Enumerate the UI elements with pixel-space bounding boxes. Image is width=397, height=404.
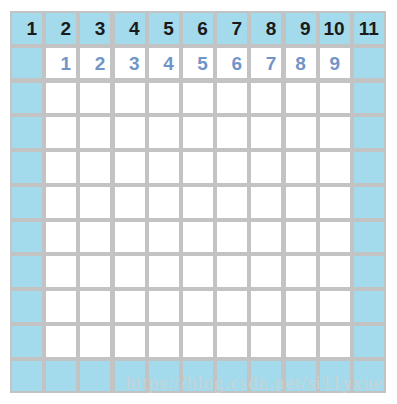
grid-cell <box>217 187 247 218</box>
grid-cell <box>46 222 76 253</box>
grid-cell <box>12 152 42 183</box>
grid-cell <box>80 256 110 287</box>
grid-cell <box>286 222 316 253</box>
grid-cell: 6 <box>217 48 247 79</box>
grid-cell: 9 <box>286 13 316 44</box>
grid-cell: 4 <box>115 13 145 44</box>
grid-cell <box>80 326 110 357</box>
grid-cell <box>320 291 350 322</box>
grid-cell <box>251 152 281 183</box>
grid-cell <box>217 222 247 253</box>
grid-cell <box>354 187 384 218</box>
grid-cell <box>80 152 110 183</box>
grid-cell <box>217 326 247 357</box>
grid-cell: 3 <box>80 13 110 44</box>
grid-cell <box>183 83 213 114</box>
grid-cell <box>115 291 145 322</box>
grid-cell: 7 <box>217 13 247 44</box>
grid-cell <box>217 83 247 114</box>
grid-cell <box>251 83 281 114</box>
grid-cell <box>46 83 76 114</box>
grid-cell <box>149 83 179 114</box>
grid-cell: 8 <box>251 13 281 44</box>
grid-cell <box>251 117 281 148</box>
grid-cell <box>80 83 110 114</box>
grid-cell <box>354 222 384 253</box>
grid-cell: 5 <box>183 48 213 79</box>
grid-cell <box>46 152 76 183</box>
grid-cell <box>217 256 247 287</box>
grid-cell <box>149 222 179 253</box>
grid-cell: 11 <box>354 13 384 44</box>
grid-cell <box>115 187 145 218</box>
grid-cell <box>286 291 316 322</box>
grid-cell <box>183 152 213 183</box>
grid-cell <box>286 361 316 392</box>
grid-cell <box>320 256 350 287</box>
grid-cell <box>251 326 281 357</box>
board-grid: 1234567891011123456789 <box>10 11 386 393</box>
grid-cell <box>183 291 213 322</box>
grid-cell <box>80 222 110 253</box>
grid-cell <box>149 361 179 392</box>
grid-cell <box>183 222 213 253</box>
grid-cell <box>286 117 316 148</box>
grid-cell <box>46 117 76 148</box>
grid-cell <box>217 152 247 183</box>
grid-cell <box>286 326 316 357</box>
grid-cell: 10 <box>320 13 350 44</box>
grid-cell <box>354 361 384 392</box>
grid-cell: 8 <box>286 48 316 79</box>
grid-cell <box>251 222 281 253</box>
grid-cell <box>354 48 384 79</box>
grid-cell <box>149 256 179 287</box>
grid-cell <box>183 361 213 392</box>
grid-cell <box>320 361 350 392</box>
grid-cell <box>354 152 384 183</box>
grid-cell <box>115 222 145 253</box>
grid-cell: 1 <box>46 48 76 79</box>
grid-cell <box>320 222 350 253</box>
grid-cell <box>46 187 76 218</box>
grid-cell <box>320 117 350 148</box>
grid-cell <box>46 326 76 357</box>
grid-cell <box>320 187 350 218</box>
grid-cell <box>251 361 281 392</box>
grid-cell <box>12 117 42 148</box>
grid-cell <box>12 222 42 253</box>
grid-cell <box>115 152 145 183</box>
grid-cell <box>115 117 145 148</box>
grid-cell <box>354 117 384 148</box>
grid-cell <box>80 291 110 322</box>
grid-cell <box>12 256 42 287</box>
grid-cell <box>149 326 179 357</box>
grid-cell <box>183 117 213 148</box>
grid-cell <box>12 187 42 218</box>
grid-cell <box>115 83 145 114</box>
grid-cell: 2 <box>46 13 76 44</box>
grid-cell <box>12 48 42 79</box>
grid-cell: 5 <box>149 13 179 44</box>
grid-cell <box>183 256 213 287</box>
grid-cell <box>286 83 316 114</box>
grid-cell: 3 <box>115 48 145 79</box>
grid-cell <box>183 187 213 218</box>
grid-cell <box>149 291 179 322</box>
grid-cell <box>115 256 145 287</box>
grid-cell <box>251 256 281 287</box>
grid-cell: 1 <box>12 13 42 44</box>
grid-cell <box>149 152 179 183</box>
grid-cell <box>12 361 42 392</box>
grid-cell <box>80 361 110 392</box>
grid-cell: 6 <box>183 13 213 44</box>
grid-cell <box>217 291 247 322</box>
grid-cell <box>251 187 281 218</box>
grid-cell <box>286 187 316 218</box>
grid-cell <box>149 187 179 218</box>
grid-cell <box>12 83 42 114</box>
grid-cell <box>320 326 350 357</box>
grid-cell <box>12 291 42 322</box>
grid-cell <box>320 152 350 183</box>
grid-cell: 4 <box>149 48 179 79</box>
grid-cell <box>286 256 316 287</box>
grid-cell: 7 <box>251 48 281 79</box>
grid-cell <box>217 361 247 392</box>
grid-cell <box>46 256 76 287</box>
grid-cell <box>80 187 110 218</box>
grid-cell <box>354 291 384 322</box>
grid-cell <box>286 152 316 183</box>
grid-cell <box>217 117 247 148</box>
grid-cell <box>149 117 179 148</box>
grid-cell <box>354 326 384 357</box>
grid-cell <box>46 361 76 392</box>
grid-cell <box>46 291 76 322</box>
grid-cell <box>115 361 145 392</box>
grid-cell <box>183 326 213 357</box>
grid-cell <box>354 83 384 114</box>
grid-cell <box>12 326 42 357</box>
grid-cell: 2 <box>80 48 110 79</box>
grid-cell <box>320 83 350 114</box>
grid-cell <box>354 256 384 287</box>
grid-cell <box>80 117 110 148</box>
grid-cell: 9 <box>320 48 350 79</box>
grid-cell <box>251 291 281 322</box>
grid-cell <box>115 326 145 357</box>
